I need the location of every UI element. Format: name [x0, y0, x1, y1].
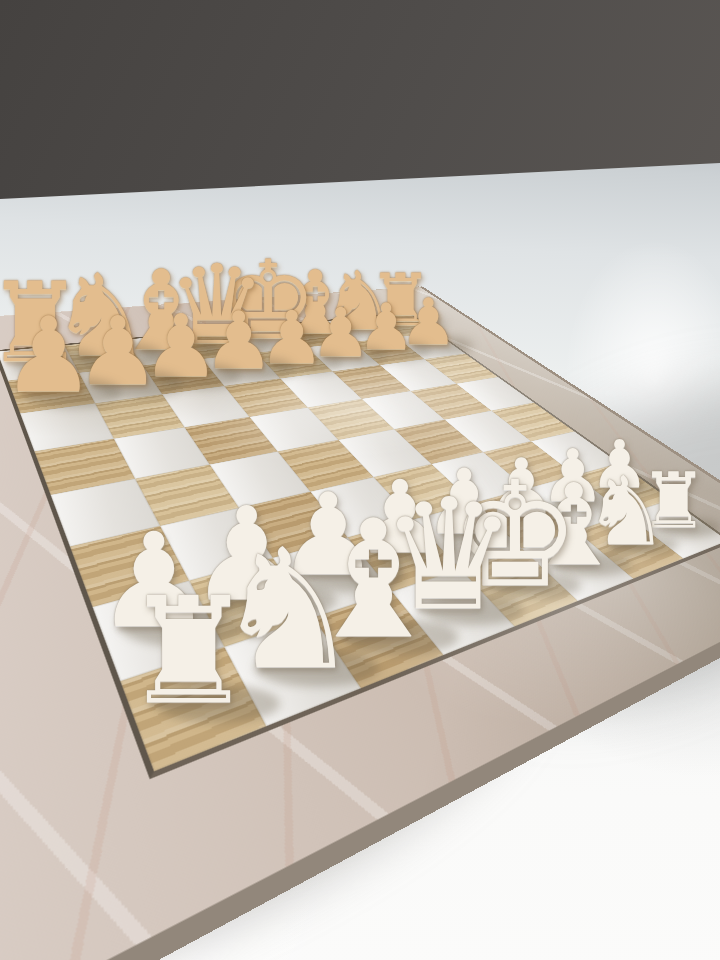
piece-black-pawn-a7[interactable]: ♟: [2, 304, 95, 408]
piece-white-rook-a1[interactable]: ♜: [122, 578, 254, 725]
scene: ♜♞♝♛♚♝♞♜♟♟♟♟♟♟♟♟♟♟♟♟♟♟♟♟♜♞♝♛♚♝♞♜: [0, 0, 720, 960]
